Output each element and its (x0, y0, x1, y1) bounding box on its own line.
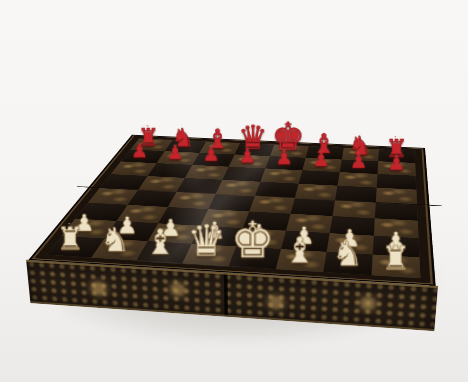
auction-photo: ♜⚑♞♝♛♚♝♞♜⚑♟♟♟♟♟♟♟♟♟♟♟♟♟♟♟♟♜⚑♞♝♛♚♝♞♜⚑ (0, 0, 468, 382)
piece-ivory-rook-h1[interactable]: ♜⚑ (357, 242, 434, 275)
chess-board-box: ♜⚑♞♝♛♚♝♞♜⚑♟♟♟♟♟♟♟♟♟♟♟♟♟♟♟♟♜⚑♞♝♛♚♝♞♜⚑ (28, 135, 435, 286)
rook-flag-icon: ⚑ (60, 213, 72, 227)
piece-anchor: ♜⚑ (371, 255, 420, 279)
piece-red-pawn-h7[interactable]: ♟ (366, 154, 426, 174)
pieces-layer: ♜⚑♞♝♛♚♝♞♜⚑♟♟♟♟♟♟♟♟♟♟♟♟♟♟♟♟♜⚑♞♝♛♚♝♞♜⚑ (47, 138, 421, 278)
rook-flag-icon: ⚑ (393, 128, 403, 139)
rook-flag-icon: ⚑ (391, 231, 404, 245)
rook-flag-icon: ⚑ (141, 118, 150, 129)
piece-anchor: ♟ (377, 161, 415, 176)
